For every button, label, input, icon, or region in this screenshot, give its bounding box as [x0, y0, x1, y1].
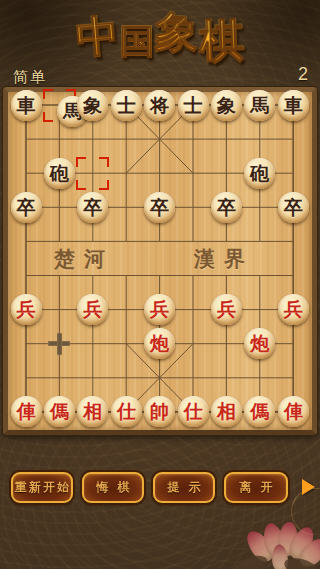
piece-glyph: 兵 [217, 300, 236, 319]
red-chariot-piece[interactable]: 俥 [278, 396, 309, 427]
piece-glyph: 卒 [284, 198, 303, 217]
title-char: 棋 [198, 18, 245, 65]
black-soldier-piece[interactable]: 卒 [144, 192, 175, 223]
restart-button[interactable]: 重新开始 [11, 472, 73, 503]
piece-glyph: 俥 [17, 402, 36, 421]
black-elephant-piece[interactable]: 象 [77, 90, 108, 121]
piece-glyph: 仕 [117, 402, 136, 421]
piece-glyph: 士 [184, 96, 203, 115]
piece-glyph: 卒 [83, 198, 102, 217]
piece-glyph: 車 [17, 96, 36, 115]
title-char: 国 [120, 25, 154, 59]
black-soldier-piece[interactable]: 卒 [278, 192, 309, 223]
piece-glyph: 卒 [217, 198, 236, 217]
black-soldier-piece[interactable]: 卒 [11, 192, 42, 223]
piece-glyph: 馬 [250, 96, 269, 115]
piece-glyph: 傌 [50, 402, 69, 421]
black-advisor-piece[interactable]: 士 [111, 90, 142, 121]
piece-glyph: 炮 [250, 334, 269, 353]
piece-glyph: 象 [83, 96, 102, 115]
red-advisor-piece[interactable]: 仕 [111, 396, 142, 427]
black-chariot-piece[interactable]: 車 [278, 90, 309, 121]
red-soldier-piece[interactable]: 兵 [144, 294, 175, 325]
piece-glyph: 炮 [150, 334, 169, 353]
button-bar: 重新开始悔棋提示离开 [0, 471, 320, 503]
app-title: 中国象棋 [0, 6, 320, 64]
piece-glyph: 俥 [284, 402, 303, 421]
piece-glyph: 兵 [284, 300, 303, 319]
piece-glyph: 仕 [184, 402, 203, 421]
difficulty-label: 简单 [13, 68, 47, 89]
black-soldier-piece[interactable]: 卒 [77, 192, 108, 223]
title-char: 中 [74, 13, 121, 60]
red-soldier-piece[interactable]: 兵 [278, 294, 309, 325]
hint-button[interactable]: 提示 [153, 472, 215, 503]
piece-glyph: 相 [83, 402, 102, 421]
piece-glyph: 砲 [250, 164, 269, 183]
piece-glyph: 砲 [50, 164, 69, 183]
black-advisor-piece[interactable]: 士 [178, 90, 209, 121]
black-chariot-piece[interactable]: 車 [11, 90, 42, 121]
piece-glyph: 兵 [150, 300, 169, 319]
piece-glyph: 卒 [150, 198, 169, 217]
xiangqi-app: 中国象棋 简单 2 楚河 漢界 車馬象士将士象馬車砲砲卒卒卒卒卒兵兵兵兵兵炮炮俥… [0, 0, 320, 569]
undo-button[interactable]: 悔棋 [82, 472, 144, 503]
black-horse-piece[interactable]: 馬 [244, 90, 275, 121]
black-cannon-piece[interactable]: 砲 [244, 158, 275, 189]
title-char: 象 [154, 9, 199, 54]
black-cannon-piece[interactable]: 砲 [44, 158, 75, 189]
black-general-piece[interactable]: 将 [144, 90, 175, 121]
piece-glyph: 卒 [17, 198, 36, 217]
piece-glyph: 車 [284, 96, 303, 115]
leave-button[interactable]: 离开 [224, 472, 288, 503]
red-advisor-piece[interactable]: 仕 [178, 396, 209, 427]
piece-glyph: 兵 [83, 300, 102, 319]
piece-glyph: 相 [217, 402, 236, 421]
black-soldier-piece[interactable]: 卒 [211, 192, 242, 223]
xiangqi-board[interactable]: 楚河 漢界 車馬象士将士象馬車砲砲卒卒卒卒卒兵兵兵兵兵炮炮俥傌相仕帥仕相傌俥 [3, 87, 317, 435]
piece-glyph: 士 [117, 96, 136, 115]
red-soldier-piece[interactable]: 兵 [11, 294, 42, 325]
black-elephant-piece[interactable]: 象 [211, 90, 242, 121]
piece-glyph: 兵 [17, 300, 36, 319]
next-arrow-icon[interactable] [302, 479, 315, 495]
move-counter: 2 [298, 64, 308, 85]
red-soldier-piece[interactable]: 兵 [211, 294, 242, 325]
piece-glyph: 帥 [150, 402, 169, 421]
piece-glyph: 傌 [250, 402, 269, 421]
board-grid-lines [8, 92, 312, 430]
red-chariot-piece[interactable]: 俥 [11, 396, 42, 427]
piece-glyph: 象 [217, 96, 236, 115]
piece-glyph: 将 [150, 96, 169, 115]
